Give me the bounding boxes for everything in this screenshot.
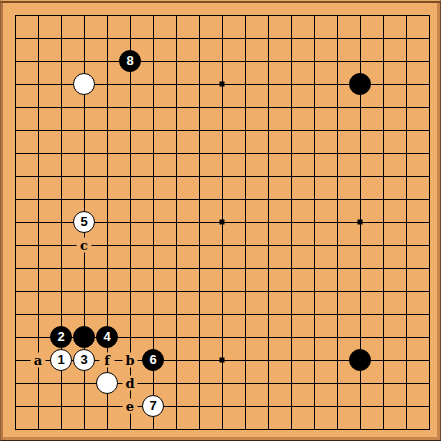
letter-marker-d: d [123, 376, 138, 391]
star-point [358, 220, 363, 225]
grid-line-horizontal [15, 314, 430, 315]
grid-line-horizontal [15, 291, 430, 292]
grid-line-vertical [429, 15, 430, 430]
grid-line-horizontal [15, 429, 430, 430]
black-stone-move-4: 4 [96, 326, 118, 348]
go-board: abcdef85241367 [0, 0, 441, 441]
black-stone-move-6: 6 [142, 349, 164, 371]
grid-line-vertical [291, 15, 292, 430]
grid-line-vertical [245, 15, 246, 430]
letter-marker-e: e [123, 399, 138, 414]
white-stone [96, 372, 118, 394]
letter-marker-b: b [123, 353, 138, 368]
white-stone-move-5: 5 [73, 211, 95, 233]
grid-line-vertical [337, 15, 338, 430]
star-point [220, 82, 225, 87]
black-stone-move-2: 2 [50, 326, 72, 348]
grid-line-vertical [406, 15, 407, 430]
grid-line-vertical [268, 15, 269, 430]
star-point [220, 220, 225, 225]
grid-line-vertical [383, 15, 384, 430]
letter-marker-c: c [77, 238, 92, 253]
white-stone-move-3: 3 [73, 349, 95, 371]
white-stone-move-7: 7 [142, 395, 164, 417]
white-stone [73, 73, 95, 95]
star-point [220, 358, 225, 363]
letter-marker-f: f [100, 353, 115, 368]
white-stone-move-1: 1 [50, 349, 72, 371]
black-stone [73, 326, 95, 348]
letter-marker-a: a [31, 353, 46, 368]
grid-line-horizontal [15, 383, 430, 384]
grid-line-horizontal [15, 268, 430, 269]
black-stone [349, 73, 371, 95]
grid-line-vertical [314, 15, 315, 430]
black-stone [349, 349, 371, 371]
grid-line-horizontal [15, 406, 430, 407]
black-stone-move-8: 8 [119, 50, 141, 72]
